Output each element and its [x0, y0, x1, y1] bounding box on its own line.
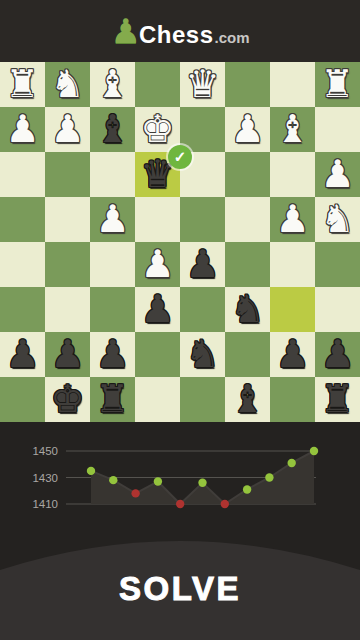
square-h1[interactable]: ♜	[0, 62, 45, 107]
square-a5[interactable]	[315, 242, 360, 287]
correct-move-checkmark-icon: ✓	[168, 145, 192, 169]
rating-point-loss	[131, 489, 139, 497]
piece-bP-b7: ♟	[275, 332, 309, 377]
piece-wP-a3: ♟	[320, 152, 354, 197]
square-h2[interactable]: ♟	[0, 107, 45, 152]
ytick-1430: 1430	[32, 472, 58, 484]
piece-wN-g1: ♞	[50, 62, 84, 107]
square-e8[interactable]	[135, 377, 180, 422]
logo-brand-suffix: .com	[215, 29, 250, 46]
square-f8[interactable]: ♜	[90, 377, 135, 422]
square-c5[interactable]	[225, 242, 270, 287]
square-e7[interactable]	[135, 332, 180, 377]
piece-wR-h1: ♜	[5, 62, 39, 107]
square-e4[interactable]	[135, 197, 180, 242]
square-f7[interactable]: ♟	[90, 332, 135, 377]
piece-bB-c8: ♝	[230, 377, 264, 422]
piece-wQ-d1: ♛	[185, 62, 219, 107]
square-c2[interactable]: ♟	[225, 107, 270, 152]
square-b3[interactable]	[270, 152, 315, 197]
square-h4[interactable]	[0, 197, 45, 242]
square-h5[interactable]	[0, 242, 45, 287]
square-g6[interactable]	[45, 287, 90, 332]
square-d5[interactable]: ♟	[180, 242, 225, 287]
piece-bN-c6: ♞	[230, 287, 264, 332]
ytick-1450: 1450	[32, 445, 58, 457]
piece-bR-a8: ♜	[320, 377, 354, 422]
square-c3[interactable]	[225, 152, 270, 197]
rating-chart: 145014301410	[0, 425, 360, 540]
rating-point-win	[288, 459, 296, 467]
square-a4[interactable]: ♞	[315, 197, 360, 242]
chesscom-logo[interactable]: ♟ Chess .com	[110, 14, 249, 49]
square-h3[interactable]	[0, 152, 45, 197]
square-e5[interactable]: ♟	[135, 242, 180, 287]
square-f2[interactable]: ♝	[90, 107, 135, 152]
square-c4[interactable]	[225, 197, 270, 242]
piece-wP-f4: ♟	[95, 197, 129, 242]
piece-bP-e6: ♟	[140, 287, 174, 332]
square-a2[interactable]	[315, 107, 360, 152]
square-f3[interactable]	[90, 152, 135, 197]
square-d7[interactable]: ♞	[180, 332, 225, 377]
piece-bB-f2: ♝	[95, 107, 129, 152]
square-a8[interactable]: ♜	[315, 377, 360, 422]
rating-point-win	[87, 467, 95, 475]
piece-bK-g8: ♚	[50, 377, 84, 422]
square-d6[interactable]	[180, 287, 225, 332]
square-h8[interactable]	[0, 377, 45, 422]
square-h7[interactable]: ♟	[0, 332, 45, 377]
square-e6[interactable]: ♟	[135, 287, 180, 332]
piece-wR-a1: ♜	[320, 62, 354, 107]
piece-bP-d5: ♟	[185, 242, 219, 287]
piece-wK-e2: ♚	[140, 107, 174, 152]
square-g2[interactable]: ♟	[45, 107, 90, 152]
square-b2[interactable]: ♝	[270, 107, 315, 152]
rating-point-win	[154, 477, 162, 485]
square-a6[interactable]	[315, 287, 360, 332]
piece-wP-g2: ♟	[50, 107, 84, 152]
square-f1[interactable]: ♝	[90, 62, 135, 107]
square-d4[interactable]	[180, 197, 225, 242]
square-c6[interactable]: ♞	[225, 287, 270, 332]
square-f4[interactable]: ♟	[90, 197, 135, 242]
rating-point-loss	[176, 500, 184, 508]
square-c7[interactable]	[225, 332, 270, 377]
rating-point-win	[265, 473, 273, 481]
square-h6[interactable]	[0, 287, 45, 332]
piece-bP-a7: ♟	[320, 332, 354, 377]
piece-wP-b4: ♟	[275, 197, 309, 242]
square-d8[interactable]	[180, 377, 225, 422]
square-g1[interactable]: ♞	[45, 62, 90, 107]
rating-point-win	[243, 485, 251, 493]
square-a1[interactable]: ♜	[315, 62, 360, 107]
chesscom-pawn-icon: ♟	[110, 14, 140, 48]
square-g7[interactable]: ♟	[45, 332, 90, 377]
ytick-1410: 1410	[32, 498, 58, 510]
square-f6[interactable]	[90, 287, 135, 332]
square-b5[interactable]	[270, 242, 315, 287]
square-f5[interactable]	[90, 242, 135, 287]
square-b8[interactable]	[270, 377, 315, 422]
chess-board: ✓ ♜♞♝♛♜♟♟♝♚♟♝♛♟♟♟♞♟♟♟♞♟♟♟♞♟♟♚♜♝♜	[0, 62, 360, 422]
square-b4[interactable]: ♟	[270, 197, 315, 242]
square-e1[interactable]	[135, 62, 180, 107]
square-d1[interactable]: ♛	[180, 62, 225, 107]
piece-bR-f8: ♜	[95, 377, 129, 422]
piece-wB-b2: ♝	[275, 107, 309, 152]
piece-wB-f1: ♝	[95, 62, 129, 107]
square-b6[interactable]	[270, 287, 315, 332]
piece-wP-h2: ♟	[5, 107, 39, 152]
piece-bP-g7: ♟	[50, 332, 84, 377]
square-g8[interactable]: ♚	[45, 377, 90, 422]
rating-point-loss	[221, 500, 229, 508]
rating-point-win	[109, 476, 117, 484]
square-c1[interactable]	[225, 62, 270, 107]
piece-wN-a4: ♞	[320, 197, 354, 242]
square-b1[interactable]	[270, 62, 315, 107]
piece-wP-e5: ♟	[140, 242, 174, 287]
rating-point-win	[198, 479, 206, 487]
square-c8[interactable]: ♝	[225, 377, 270, 422]
square-a7[interactable]: ♟	[315, 332, 360, 377]
piece-bP-h7: ♟	[5, 332, 39, 377]
logo-brand-text: Chess	[139, 21, 214, 49]
square-g5[interactable]	[45, 242, 90, 287]
piece-bN-d7: ♞	[185, 332, 219, 377]
rating-point-win	[310, 447, 318, 455]
square-a3[interactable]: ♟	[315, 152, 360, 197]
piece-bP-f7: ♟	[95, 332, 129, 377]
square-d2[interactable]	[180, 107, 225, 152]
square-b7[interactable]: ♟	[270, 332, 315, 377]
square-g3[interactable]	[45, 152, 90, 197]
square-g4[interactable]	[45, 197, 90, 242]
app-header: ♟ Chess .com	[0, 0, 360, 62]
piece-wP-c2: ♟	[230, 107, 264, 152]
solve-button[interactable]: SOLVE	[0, 570, 360, 608]
